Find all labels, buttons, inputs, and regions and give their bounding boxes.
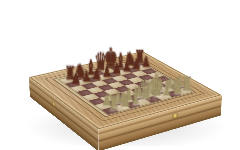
product-photo: ♜♞♝♛♚♝♞♜♟♟♟♟♟♟♟♟♟♟♟♟♟♟♟♟♜♞♝♛♚♝♞♜ bbox=[0, 0, 240, 150]
brass-clasp bbox=[52, 101, 55, 107]
white-rook[interactable]: ♜ bbox=[107, 93, 120, 113]
chess-box: ♜♞♝♛♚♝♞♜♟♟♟♟♟♟♟♟♟♟♟♟♟♟♟♟♜♞♝♛♚♝♞♜ bbox=[29, 51, 222, 129]
brass-clasp bbox=[173, 113, 178, 118]
black-pawn[interactable]: ♟ bbox=[71, 72, 81, 87]
